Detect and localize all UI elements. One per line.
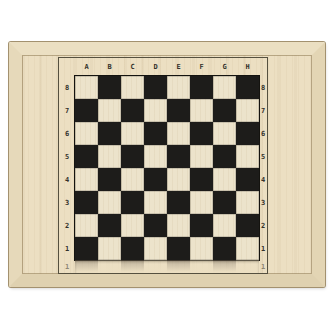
file-label-c: C [121, 58, 144, 76]
square-f7[interactable] [190, 99, 213, 122]
square-f8[interactable] [190, 76, 213, 99]
square-d8[interactable] [144, 76, 167, 99]
square-d3[interactable] [144, 191, 167, 214]
square-h8[interactable] [236, 76, 259, 99]
square-c3[interactable] [121, 191, 144, 214]
reflection-square [98, 260, 121, 273]
rank-label-left-3: 3 [59, 191, 75, 214]
reflection-square [75, 260, 98, 273]
square-g4[interactable] [213, 168, 236, 191]
square-c5[interactable] [121, 145, 144, 168]
reflection-square [167, 260, 190, 273]
square-h7[interactable] [236, 99, 259, 122]
square-h2[interactable] [236, 214, 259, 237]
reflection-square [121, 260, 144, 273]
file-label-b: B [98, 58, 121, 76]
square-a1[interactable] [75, 237, 98, 260]
square-g5[interactable] [213, 145, 236, 168]
square-f5[interactable] [190, 145, 213, 168]
rank-label-left-7: 7 [59, 99, 75, 122]
square-a6[interactable] [75, 122, 98, 145]
rank-label-right-5: 5 [259, 145, 267, 168]
square-b4[interactable] [98, 168, 121, 191]
square-b6[interactable] [98, 122, 121, 145]
rank-label-left-8: 8 [59, 76, 75, 99]
file-label-e: E [167, 58, 190, 76]
square-f1[interactable] [190, 237, 213, 260]
square-g2[interactable] [213, 214, 236, 237]
chessboard-photo: ABCDEFGH 87654321 87654321 1 1 [9, 42, 325, 287]
rank-label-right-4: 4 [259, 168, 267, 191]
rank-label-left-2: 2 [59, 214, 75, 237]
reflection-square [236, 260, 259, 273]
ghost-rank-label-right: 1 [259, 260, 267, 273]
square-e6[interactable] [167, 122, 190, 145]
square-a4[interactable] [75, 168, 98, 191]
rank-label-left-1: 1 [59, 237, 75, 260]
reflection-square [190, 260, 213, 273]
square-h1[interactable] [236, 237, 259, 260]
square-g6[interactable] [213, 122, 236, 145]
square-g3[interactable] [213, 191, 236, 214]
board-diagram: ABCDEFGH 87654321 87654321 1 1 [58, 57, 268, 274]
square-d6[interactable] [144, 122, 167, 145]
rank-label-right-8: 8 [259, 76, 267, 99]
square-b5[interactable] [98, 145, 121, 168]
ghost-rank-label-left: 1 [59, 260, 75, 273]
square-f3[interactable] [190, 191, 213, 214]
square-d4[interactable] [144, 168, 167, 191]
square-b3[interactable] [98, 191, 121, 214]
rank-label-left-5: 5 [59, 145, 75, 168]
rank-label-right-7: 7 [259, 99, 267, 122]
square-e4[interactable] [167, 168, 190, 191]
square-a7[interactable] [75, 99, 98, 122]
square-e2[interactable] [167, 214, 190, 237]
rank-labels-left: 87654321 [59, 76, 75, 260]
file-label-a: A [75, 58, 98, 76]
rank-label-right-2: 2 [259, 214, 267, 237]
square-c1[interactable] [121, 237, 144, 260]
square-c2[interactable] [121, 214, 144, 237]
reflection-square [213, 260, 236, 273]
square-a8[interactable] [75, 76, 98, 99]
square-e3[interactable] [167, 191, 190, 214]
square-b7[interactable] [98, 99, 121, 122]
square-e1[interactable] [167, 237, 190, 260]
square-a5[interactable] [75, 145, 98, 168]
square-a3[interactable] [75, 191, 98, 214]
square-h4[interactable] [236, 168, 259, 191]
square-e7[interactable] [167, 99, 190, 122]
square-g1[interactable] [213, 237, 236, 260]
reflection-square [144, 260, 167, 273]
square-c8[interactable] [121, 76, 144, 99]
square-d7[interactable] [144, 99, 167, 122]
square-h3[interactable] [236, 191, 259, 214]
file-labels: ABCDEFGH [75, 58, 259, 76]
file-label-d: D [144, 58, 167, 76]
square-e5[interactable] [167, 145, 190, 168]
rank-label-right-1: 1 [259, 237, 267, 260]
square-d5[interactable] [144, 145, 167, 168]
square-b8[interactable] [98, 76, 121, 99]
file-label-g: G [213, 58, 236, 76]
square-h5[interactable] [236, 145, 259, 168]
square-f4[interactable] [190, 168, 213, 191]
file-label-h: H [236, 58, 259, 76]
square-f6[interactable] [190, 122, 213, 145]
square-c7[interactable] [121, 99, 144, 122]
square-g7[interactable] [213, 99, 236, 122]
board-field: ABCDEFGH 87654321 87654321 1 1 [22, 55, 312, 274]
square-c6[interactable] [121, 122, 144, 145]
square-b2[interactable] [98, 214, 121, 237]
square-d2[interactable] [144, 214, 167, 237]
square-f2[interactable] [190, 214, 213, 237]
rank-label-left-6: 6 [59, 122, 75, 145]
square-c4[interactable] [121, 168, 144, 191]
square-h6[interactable] [236, 122, 259, 145]
square-b1[interactable] [98, 237, 121, 260]
rank-label-right-6: 6 [259, 122, 267, 145]
chessboard-grid [75, 76, 259, 260]
square-d1[interactable] [144, 237, 167, 260]
rank-label-left-4: 4 [59, 168, 75, 191]
square-g8[interactable] [213, 76, 236, 99]
rank-labels-right: 87654321 [259, 76, 267, 260]
file-label-f: F [190, 58, 213, 76]
board-reflection [75, 260, 259, 273]
square-a2[interactable] [75, 214, 98, 237]
square-e8[interactable] [167, 76, 190, 99]
rank-label-right-3: 3 [259, 191, 267, 214]
